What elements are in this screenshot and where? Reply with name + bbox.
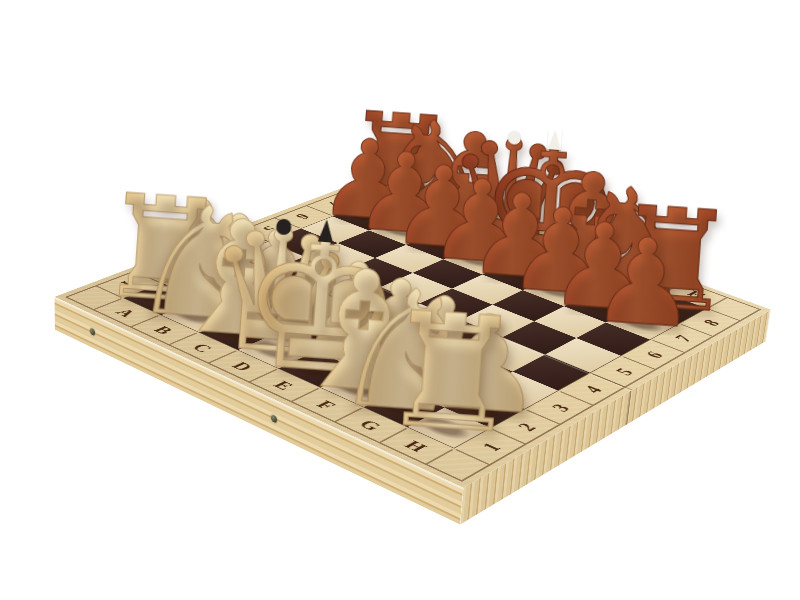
chess-board: AA88BB77CC66DD55EE44FF33GG22HH11 ♜♞♟♝♟♛♟… bbox=[55, 170, 771, 487]
chess-set-photo: AA88BB77CC66DD55EE44FF33GG22HH11 ♜♞♟♝♟♛♟… bbox=[0, 0, 800, 600]
coordinate-tick bbox=[455, 449, 489, 465]
coordinate-tick bbox=[379, 428, 407, 443]
perspective-stage: AA88BB77CC66DD55EE44FF33GG22HH11 ♜♞♟♝♟♛♟… bbox=[0, 0, 800, 600]
camera-roll-wrapper: AA88BB77CC66DD55EE44FF33GG22HH11 ♜♞♟♝♟♛♟… bbox=[0, 0, 800, 600]
coordinate-tick bbox=[426, 449, 454, 464]
